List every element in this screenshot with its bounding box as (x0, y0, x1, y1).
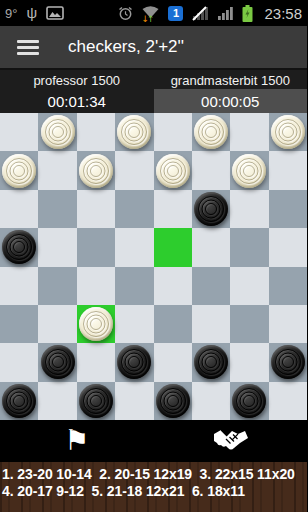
alarm-icon (118, 6, 133, 21)
board-cell-r1c7[interactable] (269, 151, 307, 189)
board-cell-r6c5[interactable] (192, 343, 230, 381)
app-window: 9° ψ ↓↑ 1 (0, 0, 307, 512)
board-cell-r2c4[interactable] (154, 190, 192, 228)
white-piece[interactable] (79, 307, 113, 341)
board-cell-r5c1[interactable] (38, 305, 76, 343)
offer-draw-button[interactable] (154, 420, 308, 462)
board-cell-r2c7[interactable] (269, 190, 307, 228)
piece-ring (205, 356, 217, 368)
board-cell-r1c0[interactable] (0, 151, 38, 189)
board-cell-r5c0[interactable] (0, 305, 38, 343)
black-piece[interactable] (232, 384, 266, 418)
player-clocks-row: 00:01:34 00:00:05 (0, 89, 307, 113)
piece-ring (282, 356, 294, 368)
board-cell-r3c3[interactable] (115, 228, 153, 266)
board-cell-r3c6[interactable] (230, 228, 268, 266)
player-right-name: grandmasterbit 1500 (154, 73, 308, 89)
board-cell-r2c1[interactable] (38, 190, 76, 228)
white-piece[interactable] (194, 115, 228, 149)
board-cell-r0c1[interactable] (38, 113, 76, 151)
board-cell-r7c3[interactable] (115, 382, 153, 420)
white-piece[interactable] (2, 154, 36, 188)
board-cell-r2c6[interactable] (230, 190, 268, 228)
board-cell-r1c1[interactable] (38, 151, 76, 189)
white-piece[interactable] (41, 115, 75, 149)
black-piece[interactable] (2, 384, 36, 418)
menu-icon[interactable] (17, 37, 39, 58)
piece-ring (13, 395, 25, 407)
players-panel: professor 1500 grandmasterbit 1500 00:01… (0, 70, 307, 113)
action-bar: ⚑ (0, 420, 307, 462)
board-cell-r6c1[interactable] (38, 343, 76, 381)
board-cell-r1c5[interactable] (192, 151, 230, 189)
board-cell-r6c6[interactable] (230, 343, 268, 381)
status-bar: 9° ψ ↓↑ 1 (0, 0, 307, 26)
board-cell-r0c6[interactable] (230, 113, 268, 151)
black-piece[interactable] (41, 345, 75, 379)
resign-button[interactable]: ⚑ (0, 420, 154, 462)
wifi-icon: ↓↑ (142, 5, 159, 21)
board-cell-r7c0[interactable] (0, 382, 38, 420)
board-cell-r7c4[interactable] (154, 382, 192, 420)
black-piece[interactable] (271, 345, 305, 379)
piece-ring (128, 356, 140, 368)
white-piece[interactable] (79, 154, 113, 188)
board-cell-r2c5[interactable] (192, 190, 230, 228)
board-cell-r4c5[interactable] (192, 267, 230, 305)
piece-ring (52, 126, 64, 138)
black-piece[interactable] (156, 384, 190, 418)
board-cell-r7c1[interactable] (38, 382, 76, 420)
board-cell-r3c1[interactable] (38, 228, 76, 266)
board-cell-r4c6[interactable] (230, 267, 268, 305)
player-right-clock-active: 00:00:05 (154, 89, 308, 113)
board-cell-r3c2[interactable] (77, 228, 115, 266)
piece-ring (167, 395, 179, 407)
board-cell-r6c3[interactable] (115, 343, 153, 381)
app-header: checkers, 2'+2'' (0, 26, 307, 70)
board-cell-r0c7[interactable] (269, 113, 307, 151)
board-cell-r6c4[interactable] (154, 343, 192, 381)
board-cell-r0c0[interactable] (0, 113, 38, 151)
piece-ring (90, 318, 102, 330)
white-piece[interactable] (271, 115, 305, 149)
player-left-name: professor 1500 (0, 73, 154, 89)
player-left-clock: 00:01:34 (0, 89, 154, 113)
piece-ring (205, 203, 217, 215)
board-cell-r3c7[interactable] (269, 228, 307, 266)
piece-ring (128, 126, 140, 138)
board-cell-r4c0[interactable] (0, 267, 38, 305)
signal-strength-icon-sim2 (218, 6, 233, 21)
black-piece[interactable] (194, 192, 228, 226)
clock-time: 23:58 (264, 5, 302, 22)
white-piece[interactable] (232, 154, 266, 188)
board-cell-r4c4[interactable] (154, 267, 192, 305)
piece-ring (52, 356, 64, 368)
page-title: checkers, 2'+2'' (68, 37, 184, 57)
flag-icon: ⚑ (64, 427, 89, 455)
board-cell-r5c5[interactable] (192, 305, 230, 343)
piece-ring (243, 165, 255, 177)
black-piece[interactable] (79, 384, 113, 418)
board-cell-r4c3[interactable] (115, 267, 153, 305)
black-piece[interactable] (2, 230, 36, 264)
piece-ring (205, 126, 217, 138)
board-cell-r7c2[interactable] (77, 382, 115, 420)
board-cell-r5c3[interactable] (115, 305, 153, 343)
sim1-badge: 1 (168, 6, 183, 21)
battery-charging-icon (242, 5, 253, 22)
board-cell-r2c3[interactable] (115, 190, 153, 228)
board-cell-r6c7[interactable] (269, 343, 307, 381)
player-names-row: professor 1500 grandmasterbit 1500 (0, 70, 307, 89)
piece-ring (13, 165, 25, 177)
piece-ring (90, 165, 102, 177)
piece-ring (282, 126, 294, 138)
board-cell-r4c2[interactable] (77, 267, 115, 305)
black-piece[interactable] (194, 345, 228, 379)
board-cell-r3c0[interactable] (0, 228, 38, 266)
board-cell-r3c4[interactable] (154, 228, 192, 266)
white-piece[interactable] (156, 154, 190, 188)
piece-ring (243, 395, 255, 407)
board-cell-r2c2[interactable] (77, 190, 115, 228)
board-cell-r5c7[interactable] (269, 305, 307, 343)
board-cell-r5c6[interactable] (230, 305, 268, 343)
board-cell-r0c2[interactable] (77, 113, 115, 151)
board-cell-r7c7[interactable] (269, 382, 307, 420)
board-cell-r4c7[interactable] (269, 267, 307, 305)
board-cell-r3c5[interactable] (192, 228, 230, 266)
wifi-traffic-arrows: ↓↑ (141, 15, 152, 24)
board-cell-r5c4[interactable] (154, 305, 192, 343)
board-cell-r5c2[interactable] (77, 305, 115, 343)
black-piece[interactable] (117, 345, 151, 379)
board-cell-r2c0[interactable] (0, 190, 38, 228)
handshake-icon (211, 429, 249, 453)
board-cell-r0c5[interactable] (192, 113, 230, 151)
move-list: 1. 23-20 10-14 2. 20-15 12x19 3. 22x15 1… (0, 462, 307, 512)
board-cell-r1c2[interactable] (77, 151, 115, 189)
board[interactable] (0, 113, 307, 420)
piece-ring (167, 165, 179, 177)
usb-icon: ψ (26, 5, 37, 20)
board-cell-r7c5[interactable] (192, 382, 230, 420)
board-cell-r6c0[interactable] (0, 343, 38, 381)
board-cell-r1c3[interactable] (115, 151, 153, 189)
gallery-icon (46, 6, 64, 20)
board-cell-r1c4[interactable] (154, 151, 192, 189)
white-piece[interactable] (117, 115, 151, 149)
board-cell-r4c1[interactable] (38, 267, 76, 305)
board-cell-r1c6[interactable] (230, 151, 268, 189)
board-cell-r7c6[interactable] (230, 382, 268, 420)
board-cell-r0c3[interactable] (115, 113, 153, 151)
piece-ring (90, 395, 102, 407)
piece-ring (13, 241, 25, 253)
temperature-indicator: 9° (5, 7, 17, 20)
signal-strength-icon-sim1 (192, 6, 209, 21)
board-cell-r6c2[interactable] (77, 343, 115, 381)
board-cell-r0c4[interactable] (154, 113, 192, 151)
